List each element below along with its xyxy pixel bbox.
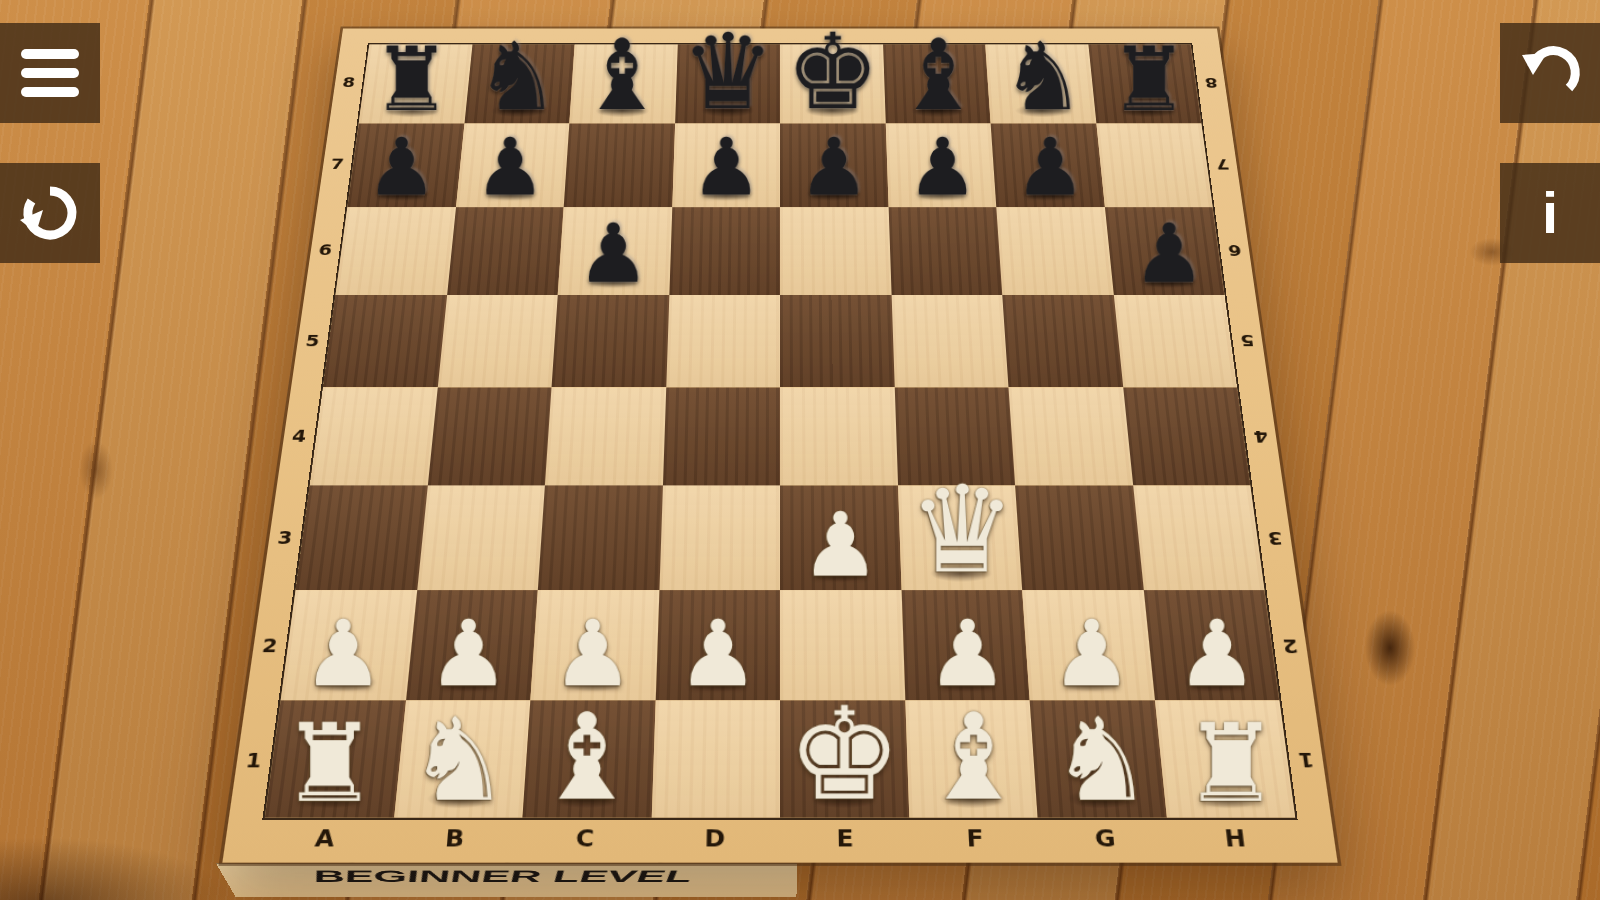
white-pawn-e3[interactable]: ♟: [780, 503, 901, 587]
black-king-e8[interactable]: ♚: [780, 23, 885, 123]
black-bishop-f8[interactable]: ♝: [885, 30, 990, 123]
square-h3[interactable]: [1133, 486, 1265, 590]
board-playing-area: ♜♞♝♛♚♝♞♜♟♟♟♟♟♟♟♟♟♛♟♟♟♟♟♟♟♜♞♝♚♝♞♜: [262, 43, 1297, 819]
square-h1[interactable]: ♜: [1154, 700, 1295, 817]
board-grid: ♜♞♝♛♚♝♞♜♟♟♟♟♟♟♟♟♟♛♟♟♟♟♟♟♟♜♞♝♚♝♞♜: [265, 45, 1295, 818]
white-pawn-c2[interactable]: ♟: [531, 611, 656, 698]
square-h5[interactable]: [1113, 295, 1237, 388]
square-f3[interactable]: ♛: [898, 486, 1023, 590]
square-h6[interactable]: ♟: [1104, 207, 1224, 295]
square-d3[interactable]: [659, 486, 780, 590]
square-h2[interactable]: ♟: [1143, 590, 1279, 700]
square-g1[interactable]: ♞: [1030, 700, 1167, 817]
black-queen-d8[interactable]: ♛: [675, 23, 780, 123]
square-f8[interactable]: ♝: [883, 45, 991, 124]
undo-arrow-icon: [1517, 40, 1583, 106]
menu-button[interactable]: [0, 23, 100, 123]
square-c8[interactable]: ♝: [569, 45, 677, 124]
square-f2[interactable]: ♟: [901, 590, 1030, 700]
white-pawn-f2[interactable]: ♟: [905, 611, 1030, 698]
square-c4[interactable]: [545, 387, 666, 485]
white-pawn-b2[interactable]: ♟: [406, 611, 531, 698]
square-b8[interactable]: ♞: [464, 45, 575, 124]
black-pawn-g7[interactable]: ♟: [996, 130, 1104, 205]
square-h4[interactable]: [1123, 387, 1251, 485]
square-c2[interactable]: ♟: [530, 590, 659, 700]
black-pawn-b7[interactable]: ♟: [456, 130, 564, 205]
square-e7[interactable]: ♟: [780, 124, 888, 207]
file-label-b: B: [387, 820, 521, 863]
black-knight-g8[interactable]: ♞: [991, 33, 1096, 122]
square-g2[interactable]: ♟: [1022, 590, 1154, 700]
info-icon: i: [1542, 184, 1558, 242]
black-knight-b8[interactable]: ♞: [464, 33, 569, 122]
square-a8[interactable]: ♜: [359, 45, 472, 124]
square-d7[interactable]: ♟: [672, 124, 780, 207]
square-h8[interactable]: ♜: [1088, 45, 1201, 124]
hamburger-icon: [21, 49, 79, 97]
white-queen-f3[interactable]: ♛: [901, 473, 1022, 587]
square-c7[interactable]: [564, 124, 675, 207]
square-a1[interactable]: ♜: [265, 700, 406, 817]
square-a6[interactable]: [336, 207, 456, 295]
square-a4[interactable]: [310, 387, 438, 485]
file-labels: ABCDEFGH: [256, 820, 1303, 863]
file-label-g: G: [1039, 820, 1173, 863]
square-c6[interactable]: ♟: [558, 207, 672, 295]
square-f5[interactable]: [891, 295, 1008, 388]
square-a5[interactable]: [323, 295, 447, 388]
board-apron: BEGINNER LEVEL 3. White's move: [216, 863, 1345, 898]
square-h7[interactable]: [1096, 124, 1213, 207]
square-e4[interactable]: [780, 387, 898, 485]
square-c1[interactable]: ♝: [522, 700, 655, 817]
white-pawn-d2[interactable]: ♟: [655, 611, 780, 698]
white-knight-b1[interactable]: ♞: [394, 707, 523, 816]
square-d4[interactable]: [662, 387, 780, 485]
square-d6[interactable]: [669, 207, 780, 295]
square-e8[interactable]: ♚: [780, 45, 885, 124]
square-e3[interactable]: ♟: [780, 486, 901, 590]
square-g7[interactable]: ♟: [991, 124, 1105, 207]
square-d5[interactable]: [666, 295, 780, 388]
square-a7[interactable]: ♟: [347, 124, 464, 207]
white-pawn-g2[interactable]: ♟: [1029, 611, 1154, 698]
square-f6[interactable]: [888, 207, 1002, 295]
file-label-d: D: [649, 820, 780, 863]
black-pawn-e7[interactable]: ♟: [780, 130, 888, 205]
square-b7[interactable]: ♟: [456, 124, 570, 207]
black-pawn-a7[interactable]: ♟: [348, 130, 456, 205]
black-pawn-d7[interactable]: ♟: [672, 130, 780, 205]
file-label-e: E: [780, 820, 911, 863]
level-caption: BEGINNER LEVEL: [283, 867, 716, 885]
black-pawn-c6[interactable]: ♟: [558, 216, 669, 293]
square-a2[interactable]: ♟: [281, 590, 417, 700]
chess-board: 87654321 ♜♞♝♛♚♝♞♜♟♟♟♟♟♟♟♟♟♛♟♟♟♟♟♟♟♜♞♝♚♝♞…: [222, 29, 1337, 863]
square-d8[interactable]: ♛: [675, 45, 780, 124]
square-d1[interactable]: [651, 700, 780, 817]
black-rook-a8[interactable]: ♜: [359, 38, 464, 122]
square-b2[interactable]: ♟: [406, 590, 538, 700]
chess-app-screen: 87654321 ♜♞♝♛♚♝♞♜♟♟♟♟♟♟♟♟♟♛♟♟♟♟♟♟♟♜♞♝♚♝♞…: [0, 0, 1600, 900]
white-bishop-f1[interactable]: ♝: [909, 702, 1038, 815]
black-bishop-c8[interactable]: ♝: [569, 30, 674, 123]
square-a3[interactable]: [296, 486, 428, 590]
square-b4[interactable]: [427, 387, 551, 485]
white-knight-g1[interactable]: ♞: [1037, 707, 1166, 816]
square-g6[interactable]: [996, 207, 1113, 295]
white-rook-a1[interactable]: ♜: [265, 713, 394, 816]
square-e1[interactable]: ♚: [780, 700, 909, 817]
white-king-e1[interactable]: ♚: [780, 694, 909, 816]
black-rook-h8[interactable]: ♜: [1096, 38, 1201, 122]
white-bishop-c1[interactable]: ♝: [523, 702, 652, 815]
file-label-c: C: [518, 820, 650, 863]
move-status-caption: 3. White's move: [844, 867, 1277, 885]
board-scene: 87654321 ♜♞♝♛♚♝♞♜♟♟♟♟♟♟♟♟♟♛♟♟♟♟♟♟♟♜♞♝♚♝♞…: [290, 0, 1270, 885]
white-pawn-h2[interactable]: ♟: [1154, 611, 1279, 698]
square-c5[interactable]: [552, 295, 669, 388]
square-g3[interactable]: [1015, 486, 1143, 590]
file-label-f: F: [909, 820, 1041, 863]
file-label-h: H: [1168, 820, 1303, 863]
square-g8[interactable]: ♞: [985, 45, 1096, 124]
black-pawn-h6[interactable]: ♟: [1113, 216, 1224, 293]
square-g4[interactable]: [1008, 387, 1132, 485]
square-b3[interactable]: [417, 486, 545, 590]
info-button[interactable]: i: [1500, 163, 1600, 263]
undo-button[interactable]: [1500, 23, 1600, 123]
square-e6[interactable]: [780, 207, 891, 295]
white-rook-h1[interactable]: ♜: [1166, 713, 1295, 816]
black-pawn-f7[interactable]: ♟: [888, 130, 996, 205]
square-d2[interactable]: ♟: [655, 590, 780, 700]
file-label-a: A: [256, 820, 391, 863]
square-b6[interactable]: [447, 207, 564, 295]
square-e5[interactable]: [780, 295, 894, 388]
rotate-board-button[interactable]: [0, 163, 100, 263]
rotate-ccw-icon: [17, 180, 83, 246]
square-g5[interactable]: [1002, 295, 1123, 388]
square-f1[interactable]: ♝: [905, 700, 1038, 817]
square-f7[interactable]: ♟: [885, 124, 996, 207]
square-c3[interactable]: [538, 486, 663, 590]
square-b1[interactable]: ♞: [394, 700, 531, 817]
square-b5[interactable]: [437, 295, 558, 388]
white-pawn-a2[interactable]: ♟: [281, 611, 406, 698]
